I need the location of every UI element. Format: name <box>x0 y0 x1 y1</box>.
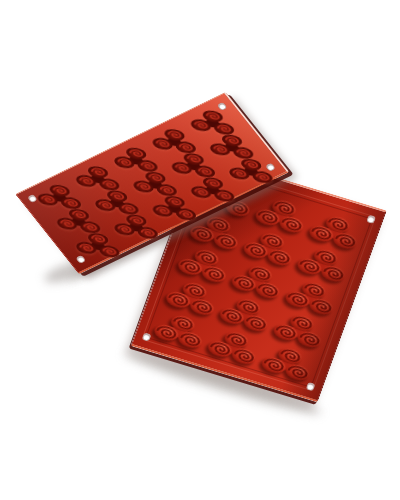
hanging-hole <box>305 382 315 392</box>
product-photo-stage <box>0 0 400 500</box>
